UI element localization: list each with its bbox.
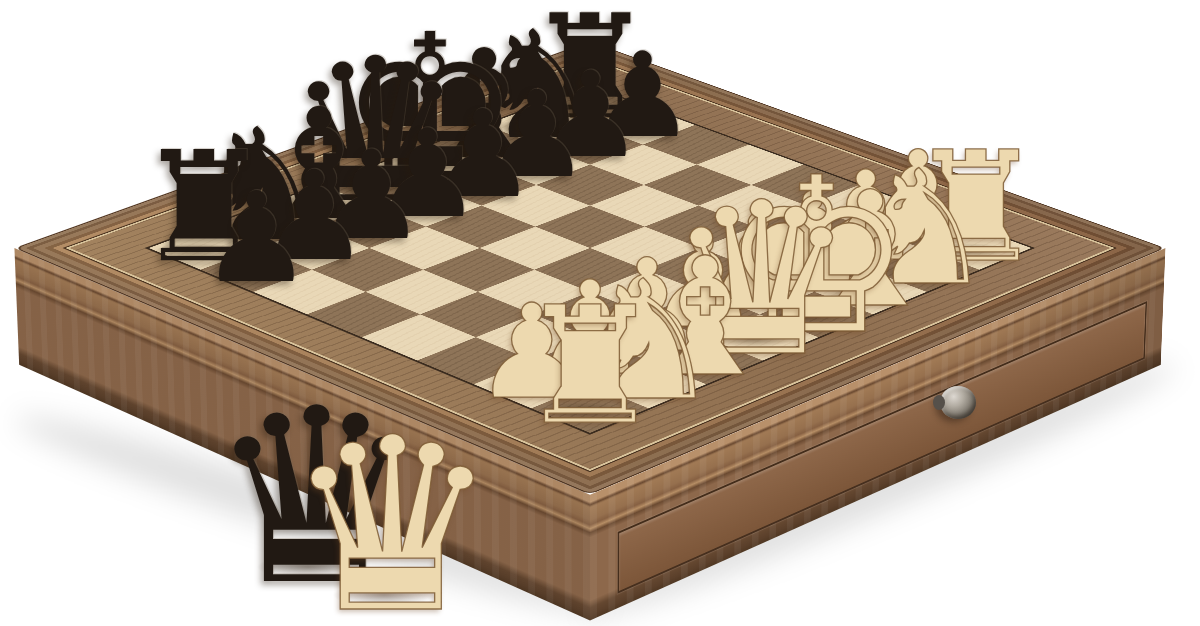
square-d3 — [590, 270, 702, 315]
chess-set-photo: ♜♞♝♛♚♝♞♜♟♟♟♟♟♟♟♟♟♟♟♟♟♟♟♟♜♞♝♛♚♝♞♜♛♛ — [0, 0, 1200, 626]
square-c2 — [590, 314, 704, 360]
perspective-stage — [0, 0, 1200, 626]
square-b4 — [420, 292, 533, 337]
chess-box — [14, 41, 1165, 494]
